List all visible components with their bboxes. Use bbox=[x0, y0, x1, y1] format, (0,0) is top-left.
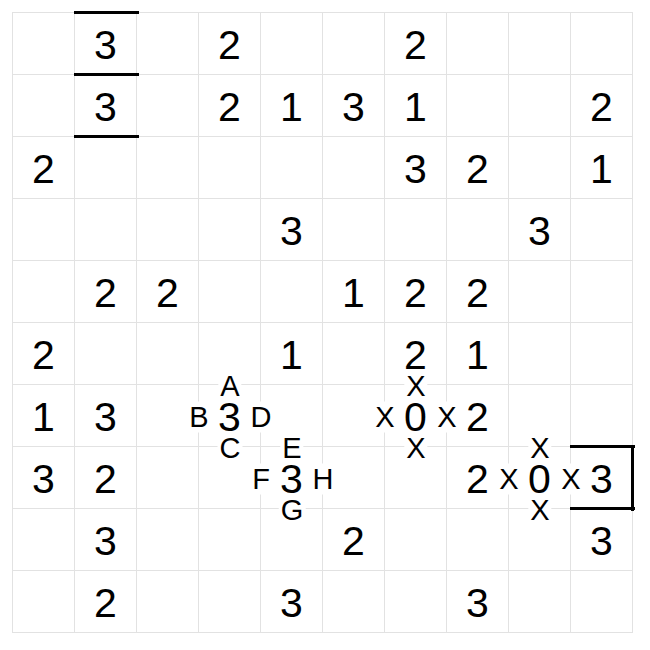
cell-r6c6[interactable] bbox=[323, 323, 385, 385]
cell-r8c6[interactable] bbox=[323, 447, 385, 509]
cell-r6c9[interactable] bbox=[509, 323, 571, 385]
cell-r1c7[interactable]: 2 bbox=[385, 13, 447, 75]
cell-r3c4[interactable] bbox=[199, 137, 261, 199]
cell-r3c6[interactable] bbox=[323, 137, 385, 199]
cell-r8c8[interactable]: 2 bbox=[447, 447, 509, 509]
cell-r10c9[interactable] bbox=[509, 571, 571, 633]
cell-r4c7[interactable] bbox=[385, 199, 447, 261]
cell-r5c3[interactable]: 2 bbox=[137, 261, 199, 323]
cell-r4c1[interactable] bbox=[13, 199, 75, 261]
cell-r9c1[interactable] bbox=[13, 509, 75, 571]
cell-r3c8[interactable]: 2 bbox=[447, 137, 509, 199]
cell-r3c5[interactable] bbox=[261, 137, 323, 199]
cell-r7c7[interactable]: 0 bbox=[385, 385, 447, 447]
cell-r8c3[interactable] bbox=[137, 447, 199, 509]
cell-r2c10[interactable]: 2 bbox=[571, 75, 633, 137]
cell-r4c2[interactable] bbox=[75, 199, 137, 261]
cell-r7c5[interactable] bbox=[261, 385, 323, 447]
cell-r6c10[interactable] bbox=[571, 323, 633, 385]
cell-r5c6[interactable]: 1 bbox=[323, 261, 385, 323]
cell-r7c6[interactable] bbox=[323, 385, 385, 447]
slitherlink-board[interactable]: 3223213122321332212221211330232320332323… bbox=[12, 12, 633, 633]
cell-r8c4[interactable] bbox=[199, 447, 261, 509]
cell-r4c6[interactable] bbox=[323, 199, 385, 261]
cell-r6c8[interactable]: 1 bbox=[447, 323, 509, 385]
cell-r6c1[interactable]: 2 bbox=[13, 323, 75, 385]
cell-r1c5[interactable] bbox=[261, 13, 323, 75]
cell-r6c7[interactable]: 2 bbox=[385, 323, 447, 385]
cell-r1c10[interactable] bbox=[571, 13, 633, 75]
cell-r7c9[interactable] bbox=[509, 385, 571, 447]
cell-r2c8[interactable] bbox=[447, 75, 509, 137]
cell-r2c6[interactable]: 3 bbox=[323, 75, 385, 137]
cell-r9c9[interactable] bbox=[509, 509, 571, 571]
cell-r7c1[interactable]: 1 bbox=[13, 385, 75, 447]
cell-r5c7[interactable]: 2 bbox=[385, 261, 447, 323]
cell-r10c10[interactable] bbox=[571, 571, 633, 633]
cell-r2c7[interactable]: 1 bbox=[385, 75, 447, 137]
cell-r1c3[interactable] bbox=[137, 13, 199, 75]
cell-r1c8[interactable] bbox=[447, 13, 509, 75]
cell-r5c9[interactable] bbox=[509, 261, 571, 323]
cell-r2c9[interactable] bbox=[509, 75, 571, 137]
cell-r9c4[interactable] bbox=[199, 509, 261, 571]
cell-r10c5[interactable]: 3 bbox=[261, 571, 323, 633]
cell-r1c6[interactable] bbox=[323, 13, 385, 75]
cell-r7c10[interactable] bbox=[571, 385, 633, 447]
cell-r10c1[interactable] bbox=[13, 571, 75, 633]
cell-r7c8[interactable]: 2 bbox=[447, 385, 509, 447]
cell-r6c4[interactable] bbox=[199, 323, 261, 385]
cell-r3c9[interactable] bbox=[509, 137, 571, 199]
cell-r8c2[interactable]: 2 bbox=[75, 447, 137, 509]
puzzle-canvas: 3223213122321332212221211330232320332323… bbox=[0, 0, 650, 650]
cell-r5c2[interactable]: 2 bbox=[75, 261, 137, 323]
cell-r5c10[interactable] bbox=[571, 261, 633, 323]
cell-r4c4[interactable] bbox=[199, 199, 261, 261]
cell-r7c4[interactable]: 3 bbox=[199, 385, 261, 447]
cell-r2c4[interactable]: 2 bbox=[199, 75, 261, 137]
cell-r9c5[interactable] bbox=[261, 509, 323, 571]
cell-r6c2[interactable] bbox=[75, 323, 137, 385]
cell-r3c7[interactable]: 3 bbox=[385, 137, 447, 199]
cell-r1c1[interactable] bbox=[13, 13, 75, 75]
cell-r3c2[interactable] bbox=[75, 137, 137, 199]
cell-r4c3[interactable] bbox=[137, 199, 199, 261]
cell-r5c1[interactable] bbox=[13, 261, 75, 323]
cell-r4c9[interactable]: 3 bbox=[509, 199, 571, 261]
cell-r6c3[interactable] bbox=[137, 323, 199, 385]
cell-r1c4[interactable]: 2 bbox=[199, 13, 261, 75]
cell-r2c5[interactable]: 1 bbox=[261, 75, 323, 137]
cell-r3c10[interactable]: 1 bbox=[571, 137, 633, 199]
cell-r9c6[interactable]: 2 bbox=[323, 509, 385, 571]
cell-r4c8[interactable] bbox=[447, 199, 509, 261]
cell-r7c2[interactable]: 3 bbox=[75, 385, 137, 447]
cell-r9c2[interactable]: 3 bbox=[75, 509, 137, 571]
cell-r10c4[interactable] bbox=[199, 571, 261, 633]
cell-r6c5[interactable]: 1 bbox=[261, 323, 323, 385]
cell-r8c9[interactable]: 0 bbox=[509, 447, 571, 509]
cell-r10c8[interactable]: 3 bbox=[447, 571, 509, 633]
cell-r9c7[interactable] bbox=[385, 509, 447, 571]
cell-r8c1[interactable]: 3 bbox=[13, 447, 75, 509]
cell-r9c3[interactable] bbox=[137, 509, 199, 571]
cell-r2c3[interactable] bbox=[137, 75, 199, 137]
cell-r3c1[interactable]: 2 bbox=[13, 137, 75, 199]
cell-r3c3[interactable] bbox=[137, 137, 199, 199]
cell-r1c9[interactable] bbox=[509, 13, 571, 75]
cell-r8c10[interactable]: 3 bbox=[571, 447, 633, 509]
cell-r5c4[interactable] bbox=[199, 261, 261, 323]
cell-r4c10[interactable] bbox=[571, 199, 633, 261]
cell-r8c5[interactable]: 3 bbox=[261, 447, 323, 509]
cell-r9c8[interactable] bbox=[447, 509, 509, 571]
cell-r9c10[interactable]: 3 bbox=[571, 509, 633, 571]
cell-r7c3[interactable] bbox=[137, 385, 199, 447]
cell-r4c5[interactable]: 3 bbox=[261, 199, 323, 261]
cell-r5c5[interactable] bbox=[261, 261, 323, 323]
cell-r1c2[interactable]: 3 bbox=[75, 13, 137, 75]
cell-r5c8[interactable]: 2 bbox=[447, 261, 509, 323]
cell-r2c1[interactable] bbox=[13, 75, 75, 137]
cell-r10c2[interactable]: 2 bbox=[75, 571, 137, 633]
cell-r2c2[interactable]: 3 bbox=[75, 75, 137, 137]
cell-r10c6[interactable] bbox=[323, 571, 385, 633]
cell-r10c7[interactable] bbox=[385, 571, 447, 633]
cell-r10c3[interactable] bbox=[137, 571, 199, 633]
cell-r8c7[interactable] bbox=[385, 447, 447, 509]
